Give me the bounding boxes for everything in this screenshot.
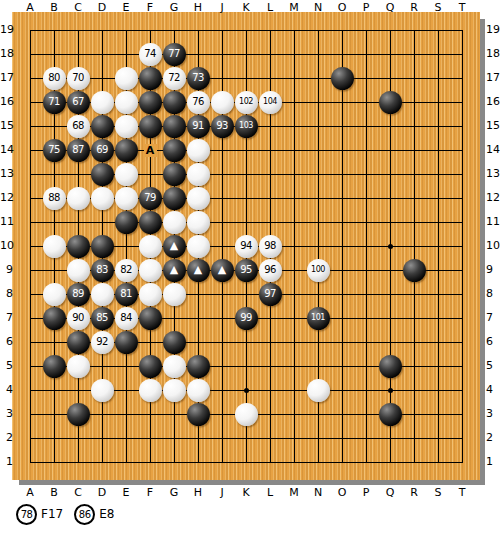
- stone-B12: 88: [43, 187, 66, 210]
- grid-line: [30, 438, 463, 439]
- move-number: 73: [192, 73, 204, 83]
- coord-label-top-M: M: [286, 1, 302, 14]
- move-number: 67: [72, 97, 84, 107]
- stone-H17: 73: [187, 67, 210, 90]
- coord-label-top-G: G: [166, 1, 182, 14]
- stone-C6: [67, 331, 90, 354]
- coord-label-bottom-R: R: [406, 486, 422, 499]
- kifu-diagram: 7477807072737167761021046891931037587698…: [0, 0, 500, 537]
- stone-H4: [187, 379, 210, 402]
- stone-C9: [67, 259, 90, 282]
- grid-line: [342, 30, 343, 463]
- coord-label-bottom-K: K: [238, 486, 254, 499]
- coord-label-top-H: H: [190, 1, 206, 14]
- stone-H13: [187, 163, 210, 186]
- stone-B5: [43, 355, 66, 378]
- star-point: [388, 244, 393, 249]
- coord-label-top-E: E: [118, 1, 134, 14]
- stone-C15: 68: [67, 115, 90, 138]
- stone-J16: [211, 91, 234, 114]
- stone-K10: 94: [235, 235, 258, 258]
- coord-label-top-C: C: [70, 1, 86, 14]
- stone-C17: 70: [67, 67, 90, 90]
- stone-G5: [163, 355, 186, 378]
- stone-L8: 97: [259, 283, 282, 306]
- stone-F8: [139, 283, 162, 306]
- stone-D12: [91, 187, 114, 210]
- coord-label-left-5: 5: [0, 359, 13, 372]
- move-number: 93: [216, 121, 228, 131]
- stone-D13: [91, 163, 114, 186]
- coord-label-left-10: 10: [0, 239, 13, 252]
- move-number: 88: [48, 193, 60, 203]
- move-number: 68: [72, 121, 84, 131]
- coord-label-bottom-A: A: [22, 486, 38, 499]
- coord-label-top-Q: Q: [382, 1, 398, 14]
- move-number: 89: [72, 289, 84, 299]
- move-number: 91: [192, 121, 204, 131]
- annotation-A: A: [144, 144, 157, 157]
- coord-label-left-16: 16: [0, 95, 13, 108]
- stone-F7: [139, 307, 162, 330]
- move-number: 102: [239, 98, 253, 106]
- stone-H11: [187, 211, 210, 234]
- coord-label-top-J: J: [214, 1, 230, 14]
- triangle-mark-icon: ▲: [170, 264, 178, 275]
- stone-F9: [139, 259, 162, 282]
- coord-label-right-19: 19: [486, 23, 500, 36]
- coord-label-left-2: 2: [0, 431, 13, 444]
- stone-G12: [163, 187, 186, 210]
- triangle-mark-icon: ▲: [218, 264, 226, 275]
- triangle-mark-icon: ▲: [170, 240, 178, 251]
- coord-label-bottom-D: D: [94, 486, 110, 499]
- coord-label-right-9: 9: [486, 263, 500, 276]
- grid-line: [30, 462, 463, 463]
- stone-C12: [67, 187, 90, 210]
- stone-F12: 79: [139, 187, 162, 210]
- stone-G10: ▲: [163, 235, 186, 258]
- move-number: 69: [96, 145, 108, 155]
- star-point: [388, 388, 393, 393]
- stone-E15: [115, 115, 138, 138]
- stone-H12: [187, 187, 210, 210]
- move-number: 79: [144, 193, 156, 203]
- caption-point-label: E8: [99, 507, 114, 521]
- stone-H15: 91: [187, 115, 210, 138]
- coord-label-left-1: 1: [0, 455, 13, 468]
- stone-B16: 71: [43, 91, 66, 114]
- grid-line: [462, 30, 463, 463]
- coord-label-top-B: B: [46, 1, 62, 14]
- move-number: 104: [263, 98, 277, 106]
- coord-label-top-N: N: [310, 1, 326, 14]
- stone-E6: [115, 331, 138, 354]
- coord-label-top-T: T: [454, 1, 470, 14]
- stone-C10: [67, 235, 90, 258]
- coord-label-right-6: 6: [486, 335, 500, 348]
- stone-E9: 82: [115, 259, 138, 282]
- coord-label-right-12: 12: [486, 191, 500, 204]
- stone-G14: [163, 139, 186, 162]
- stone-L9: 96: [259, 259, 282, 282]
- move-number: 84: [120, 313, 132, 323]
- stone-C5: [67, 355, 90, 378]
- stone-J15: 93: [211, 115, 234, 138]
- move-number: 96: [264, 265, 276, 275]
- move-number: 90: [72, 313, 84, 323]
- coord-label-right-7: 7: [486, 311, 500, 324]
- stone-D10: [91, 235, 114, 258]
- coord-label-bottom-N: N: [310, 486, 326, 499]
- stone-D6: 92: [91, 331, 114, 354]
- coord-label-bottom-G: G: [166, 486, 182, 499]
- coord-label-right-4: 4: [486, 383, 500, 396]
- move-number: 72: [168, 73, 180, 83]
- coord-label-right-8: 8: [486, 287, 500, 300]
- stone-K15: 103: [235, 115, 258, 138]
- move-number: 74: [144, 49, 156, 59]
- coord-label-top-S: S: [430, 1, 446, 14]
- coord-label-right-16: 16: [486, 95, 500, 108]
- stone-G17: 72: [163, 67, 186, 90]
- move-number: 103: [239, 122, 253, 130]
- stone-D15: [91, 115, 114, 138]
- stone-E11: [115, 211, 138, 234]
- stone-G11: [163, 211, 186, 234]
- coord-label-top-K: K: [238, 1, 254, 14]
- coord-label-bottom-F: F: [142, 486, 158, 499]
- coord-label-bottom-B: B: [46, 486, 62, 499]
- stone-E7: 84: [115, 307, 138, 330]
- stone-E13: [115, 163, 138, 186]
- grid-line: [366, 30, 367, 463]
- coord-label-top-P: P: [358, 1, 374, 14]
- stone-H9: ▲: [187, 259, 210, 282]
- coord-label-left-18: 18: [0, 47, 13, 60]
- stone-Q3: [379, 403, 402, 426]
- stone-G6: [163, 331, 186, 354]
- stone-K7: 99: [235, 307, 258, 330]
- coord-label-right-10: 10: [486, 239, 500, 252]
- coord-label-top-A: A: [22, 1, 38, 14]
- stone-E8: 81: [115, 283, 138, 306]
- coord-label-left-17: 17: [0, 71, 13, 84]
- coord-label-bottom-T: T: [454, 486, 470, 499]
- stone-O17: [331, 67, 354, 90]
- coord-label-right-13: 13: [486, 167, 500, 180]
- coord-label-bottom-L: L: [262, 486, 278, 499]
- move-number: 80: [48, 73, 60, 83]
- caption-move-circle: 78: [16, 504, 37, 525]
- stone-D7: 85: [91, 307, 114, 330]
- coord-label-top-D: D: [94, 1, 110, 14]
- stone-C16: 67: [67, 91, 90, 114]
- stone-N7: 101: [307, 307, 330, 330]
- move-number: 99: [240, 313, 252, 323]
- go-board: 7477807072737167761021046891931037587698…: [12, 12, 480, 480]
- stone-K9: 95: [235, 259, 258, 282]
- stone-H14: [187, 139, 210, 162]
- star-point: [244, 388, 249, 393]
- move-number: 76: [192, 97, 204, 107]
- coord-label-top-L: L: [262, 1, 278, 14]
- stone-G16: [163, 91, 186, 114]
- coord-label-bottom-S: S: [430, 486, 446, 499]
- caption-move-circle: 86: [74, 504, 95, 525]
- stone-B8: [43, 283, 66, 306]
- coord-label-right-15: 15: [486, 119, 500, 132]
- stone-B14: 75: [43, 139, 66, 162]
- stone-H5: [187, 355, 210, 378]
- stone-D16: [91, 91, 114, 114]
- move-number: 92: [96, 337, 108, 347]
- coord-label-bottom-C: C: [70, 486, 86, 499]
- stone-D8: [91, 283, 114, 306]
- stone-H10: [187, 235, 210, 258]
- stone-L10: 98: [259, 235, 282, 258]
- stone-E14: [115, 139, 138, 162]
- coord-label-bottom-M: M: [286, 486, 302, 499]
- stone-F4: [139, 379, 162, 402]
- stone-K16: 102: [235, 91, 258, 114]
- move-number: 100: [311, 266, 325, 274]
- stone-N4: [307, 379, 330, 402]
- move-number: 70: [72, 73, 84, 83]
- move-number: 85: [96, 313, 108, 323]
- move-number: 95: [240, 265, 252, 275]
- coord-label-left-9: 9: [0, 263, 13, 276]
- grid-line: [294, 30, 295, 463]
- stone-R9: [403, 259, 426, 282]
- coord-label-left-11: 11: [0, 215, 13, 228]
- coord-label-bottom-H: H: [190, 486, 206, 499]
- coord-label-right-17: 17: [486, 71, 500, 84]
- coord-label-right-3: 3: [486, 407, 500, 420]
- stone-G15: [163, 115, 186, 138]
- stone-Q5: [379, 355, 402, 378]
- coord-label-right-11: 11: [486, 215, 500, 228]
- stone-C14: 87: [67, 139, 90, 162]
- caption: 78F1786E8: [16, 502, 121, 526]
- stone-F11: [139, 211, 162, 234]
- stone-H3: [187, 403, 210, 426]
- coord-label-left-4: 4: [0, 383, 13, 396]
- stone-L16: 104: [259, 91, 282, 114]
- coord-label-top-R: R: [406, 1, 422, 14]
- caption-point-label: F17: [41, 507, 63, 521]
- grid-line: [438, 30, 439, 463]
- move-number: 77: [168, 49, 180, 59]
- move-number: 94: [240, 241, 252, 251]
- coord-label-bottom-P: P: [358, 486, 374, 499]
- coord-label-bottom-O: O: [334, 486, 350, 499]
- coord-label-left-8: 8: [0, 287, 13, 300]
- move-number: 71: [48, 97, 60, 107]
- stone-C8: 89: [67, 283, 90, 306]
- stone-G8: [163, 283, 186, 306]
- stone-B10: [43, 235, 66, 258]
- stone-N9: 100: [307, 259, 330, 282]
- move-number: 97: [264, 289, 276, 299]
- stone-F15: [139, 115, 162, 138]
- stone-B17: 80: [43, 67, 66, 90]
- move-number: 101: [311, 314, 325, 322]
- stone-F18: 74: [139, 43, 162, 66]
- stone-E17: [115, 67, 138, 90]
- coord-label-right-5: 5: [486, 359, 500, 372]
- stone-C7: 90: [67, 307, 90, 330]
- stone-G4: [163, 379, 186, 402]
- coord-label-left-6: 6: [0, 335, 13, 348]
- coord-label-right-18: 18: [486, 47, 500, 60]
- coord-label-bottom-Q: Q: [382, 486, 398, 499]
- stone-F17: [139, 67, 162, 90]
- stone-K3: [235, 403, 258, 426]
- coord-label-left-14: 14: [0, 143, 13, 156]
- stone-Q16: [379, 91, 402, 114]
- stone-D9: 83: [91, 259, 114, 282]
- coord-label-right-1: 1: [486, 455, 500, 468]
- stone-J9: ▲: [211, 259, 234, 282]
- stone-E16: [115, 91, 138, 114]
- coord-label-left-19: 19: [0, 23, 13, 36]
- move-number: 98: [264, 241, 276, 251]
- coord-label-top-F: F: [142, 1, 158, 14]
- stone-F10: [139, 235, 162, 258]
- coord-label-right-2: 2: [486, 431, 500, 444]
- move-number: 75: [48, 145, 60, 155]
- coord-label-right-14: 14: [486, 143, 500, 156]
- stone-D14: 69: [91, 139, 114, 162]
- move-number: 81: [120, 289, 132, 299]
- stone-D4: [91, 379, 114, 402]
- stone-E12: [115, 187, 138, 210]
- coord-label-top-O: O: [334, 1, 350, 14]
- stone-G18: 77: [163, 43, 186, 66]
- stone-F5: [139, 355, 162, 378]
- move-number: 87: [72, 145, 84, 155]
- move-number: 83: [96, 265, 108, 275]
- triangle-mark-icon: ▲: [194, 264, 202, 275]
- stone-F16: [139, 91, 162, 114]
- stone-G9: ▲: [163, 259, 186, 282]
- stone-C3: [67, 403, 90, 426]
- stone-G13: [163, 163, 186, 186]
- coord-label-left-13: 13: [0, 167, 13, 180]
- coord-label-bottom-E: E: [118, 486, 134, 499]
- move-number: 82: [120, 265, 132, 275]
- coord-label-left-12: 12: [0, 191, 13, 204]
- coord-label-left-3: 3: [0, 407, 13, 420]
- coord-label-left-7: 7: [0, 311, 13, 324]
- stone-H16: 76: [187, 91, 210, 114]
- coord-label-bottom-J: J: [214, 486, 230, 499]
- grid-line: [414, 30, 415, 463]
- stone-B7: [43, 307, 66, 330]
- coord-label-left-15: 15: [0, 119, 13, 132]
